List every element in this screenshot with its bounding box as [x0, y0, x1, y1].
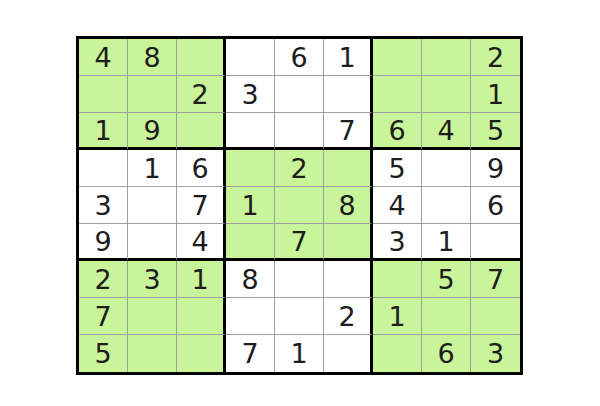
cell-r1c4[interactable] [226, 39, 275, 76]
cell-r3c9[interactable]: 5 [471, 113, 520, 150]
cell-r1c6[interactable]: 1 [324, 39, 373, 76]
cell-r2c3[interactable]: 2 [177, 76, 226, 113]
cell-r1c5[interactable]: 6 [275, 39, 324, 76]
cell-r7c2[interactable]: 3 [128, 261, 177, 298]
cell-r7c9[interactable]: 7 [471, 261, 520, 298]
cell-r5c4[interactable]: 1 [226, 187, 275, 224]
cell-r6c4[interactable] [226, 224, 275, 261]
cell-r3c2[interactable]: 9 [128, 113, 177, 150]
cell-r5c5[interactable] [275, 187, 324, 224]
cell-r4c9[interactable]: 9 [471, 150, 520, 187]
cell-r3c4[interactable] [226, 113, 275, 150]
cell-r9c6[interactable] [324, 335, 373, 372]
cell-r2c8[interactable] [422, 76, 471, 113]
cell-r4c5[interactable]: 2 [275, 150, 324, 187]
cell-r1c2[interactable]: 8 [128, 39, 177, 76]
cell-r9c3[interactable] [177, 335, 226, 372]
cell-r8c5[interactable] [275, 298, 324, 335]
cell-r1c9[interactable]: 2 [471, 39, 520, 76]
cell-r9c4[interactable]: 7 [226, 335, 275, 372]
cell-r6c1[interactable]: 9 [79, 224, 128, 261]
cell-r6c6[interactable] [324, 224, 373, 261]
cell-r3c7[interactable]: 6 [373, 113, 422, 150]
cell-r7c4[interactable]: 8 [226, 261, 275, 298]
cell-r1c8[interactable] [422, 39, 471, 76]
cell-r3c1[interactable]: 1 [79, 113, 128, 150]
cell-r8c9[interactable] [471, 298, 520, 335]
cell-r2c1[interactable] [79, 76, 128, 113]
cell-r7c3[interactable]: 1 [177, 261, 226, 298]
cell-r7c8[interactable]: 5 [422, 261, 471, 298]
cell-r3c6[interactable]: 7 [324, 113, 373, 150]
cell-r3c3[interactable] [177, 113, 226, 150]
cell-r6c5[interactable]: 7 [275, 224, 324, 261]
cell-r6c9[interactable] [471, 224, 520, 261]
cell-r8c8[interactable] [422, 298, 471, 335]
cell-r5c9[interactable]: 6 [471, 187, 520, 224]
cell-r5c7[interactable]: 4 [373, 187, 422, 224]
cell-r9c5[interactable]: 1 [275, 335, 324, 372]
cell-r7c1[interactable]: 2 [79, 261, 128, 298]
cell-r7c5[interactable] [275, 261, 324, 298]
cell-r9c1[interactable]: 5 [79, 335, 128, 372]
cell-r3c8[interactable]: 4 [422, 113, 471, 150]
cell-r1c3[interactable] [177, 39, 226, 76]
cell-r4c6[interactable] [324, 150, 373, 187]
cell-r6c7[interactable]: 3 [373, 224, 422, 261]
cell-r6c2[interactable] [128, 224, 177, 261]
cell-r2c4[interactable]: 3 [226, 76, 275, 113]
cell-r6c3[interactable]: 4 [177, 224, 226, 261]
cell-r6c8[interactable]: 1 [422, 224, 471, 261]
cell-r9c9[interactable]: 3 [471, 335, 520, 372]
cell-r9c2[interactable] [128, 335, 177, 372]
cell-r7c7[interactable] [373, 261, 422, 298]
cell-r5c3[interactable]: 7 [177, 187, 226, 224]
cell-r4c4[interactable] [226, 150, 275, 187]
cell-r9c8[interactable]: 6 [422, 335, 471, 372]
cell-r8c1[interactable]: 7 [79, 298, 128, 335]
cell-r2c2[interactable] [128, 76, 177, 113]
cell-r4c2[interactable]: 1 [128, 150, 177, 187]
cell-r8c7[interactable]: 1 [373, 298, 422, 335]
cell-r5c6[interactable]: 8 [324, 187, 373, 224]
cell-r2c6[interactable] [324, 76, 373, 113]
cell-r5c2[interactable] [128, 187, 177, 224]
cell-r8c6[interactable]: 2 [324, 298, 373, 335]
cell-r9c7[interactable] [373, 335, 422, 372]
cell-r2c9[interactable]: 1 [471, 76, 520, 113]
cell-r4c7[interactable]: 5 [373, 150, 422, 187]
cell-r2c7[interactable] [373, 76, 422, 113]
cell-r4c3[interactable]: 6 [177, 150, 226, 187]
cell-r4c8[interactable] [422, 150, 471, 187]
cell-r5c1[interactable]: 3 [79, 187, 128, 224]
cell-r4c1[interactable] [79, 150, 128, 187]
cell-r3c5[interactable] [275, 113, 324, 150]
cell-r8c2[interactable] [128, 298, 177, 335]
cell-r1c1[interactable]: 4 [79, 39, 128, 76]
cell-r8c4[interactable] [226, 298, 275, 335]
cell-r2c5[interactable] [275, 76, 324, 113]
cell-r5c8[interactable] [422, 187, 471, 224]
cell-r1c7[interactable] [373, 39, 422, 76]
cell-r7c6[interactable] [324, 261, 373, 298]
cell-r8c3[interactable] [177, 298, 226, 335]
sudoku-board: 4861223119764516259371846947312318577215… [76, 36, 523, 375]
